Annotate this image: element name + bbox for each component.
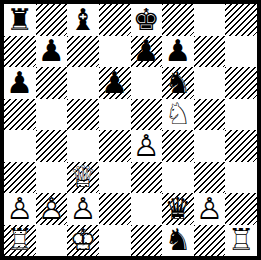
square-b3[interactable] xyxy=(36,162,68,194)
square-f2[interactable]: ♛♛ xyxy=(162,193,194,225)
piece-white-knight: ♞♘ xyxy=(164,99,191,129)
square-g8[interactable] xyxy=(194,4,226,36)
piece-black-knight: ♞♞ xyxy=(164,68,191,98)
piece-glyph: ♞ xyxy=(164,67,191,99)
square-c7[interactable] xyxy=(67,36,99,68)
square-c4[interactable] xyxy=(67,130,99,162)
square-e7[interactable]: ♟♟ xyxy=(131,36,163,68)
square-b7[interactable]: ♟♟ xyxy=(36,36,68,68)
piece-glyph: ♙ xyxy=(6,193,33,225)
piece-glyph: ♚ xyxy=(133,4,160,36)
piece-white-rook: ♜♖ xyxy=(228,225,255,255)
square-g2[interactable]: ♟♙ xyxy=(194,193,226,225)
square-d5[interactable] xyxy=(99,99,131,131)
square-h4[interactable] xyxy=(225,130,257,162)
piece-black-pawn: ♟♟ xyxy=(101,68,128,98)
square-a5[interactable] xyxy=(4,99,36,131)
piece-white-queen: ♛♕ xyxy=(70,162,97,192)
square-c1[interactable]: ♚♔ xyxy=(67,225,99,257)
piece-black-queen: ♛♛ xyxy=(164,194,191,224)
square-a2[interactable]: ♟♙ xyxy=(4,193,36,225)
square-e6[interactable] xyxy=(131,67,163,99)
square-c5[interactable] xyxy=(67,99,99,131)
piece-glyph: ♙ xyxy=(70,193,97,225)
piece-black-rook: ♜♜ xyxy=(6,5,33,35)
piece-black-king: ♚♚ xyxy=(133,5,160,35)
chess-board: ♜♜♝♝♚♚♟♟♟♟♟♟♟♟♟♟♞♞♞♘♟♙♛♕♟♙♟♙♟♙♛♛♟♙♜♖♚♔♞♞… xyxy=(4,4,257,256)
square-a1[interactable]: ♜♖ xyxy=(4,225,36,257)
square-c6[interactable] xyxy=(67,67,99,99)
piece-glyph: ♛ xyxy=(164,193,191,225)
piece-glyph: ♟ xyxy=(38,36,65,68)
piece-glyph: ♕ xyxy=(70,162,97,194)
piece-black-pawn: ♟♟ xyxy=(133,36,160,66)
square-h7[interactable] xyxy=(225,36,257,68)
square-d4[interactable] xyxy=(99,130,131,162)
piece-black-pawn: ♟♟ xyxy=(6,68,33,98)
square-d2[interactable] xyxy=(99,193,131,225)
square-f6[interactable]: ♞♞ xyxy=(162,67,194,99)
piece-black-pawn: ♟♟ xyxy=(38,36,65,66)
square-b4[interactable] xyxy=(36,130,68,162)
chess-board-frame: ♜♜♝♝♚♚♟♟♟♟♟♟♟♟♟♟♞♞♞♘♟♙♛♕♟♙♟♙♟♙♛♛♟♙♜♖♚♔♞♞… xyxy=(0,0,261,260)
square-e8[interactable]: ♚♚ xyxy=(131,4,163,36)
piece-white-king: ♚♔ xyxy=(70,225,97,255)
piece-glyph: ♜ xyxy=(6,4,33,36)
square-c3[interactable]: ♛♕ xyxy=(67,162,99,194)
piece-glyph: ♟ xyxy=(133,36,160,68)
square-a8[interactable]: ♜♜ xyxy=(4,4,36,36)
piece-glyph: ♖ xyxy=(6,225,33,257)
square-f4[interactable] xyxy=(162,130,194,162)
square-a4[interactable] xyxy=(4,130,36,162)
square-d6[interactable]: ♟♟ xyxy=(99,67,131,99)
square-d3[interactable] xyxy=(99,162,131,194)
square-e1[interactable] xyxy=(131,225,163,257)
square-h1[interactable]: ♜♖ xyxy=(225,225,257,257)
square-b6[interactable] xyxy=(36,67,68,99)
square-f7[interactable]: ♟♟ xyxy=(162,36,194,68)
square-f5[interactable]: ♞♘ xyxy=(162,99,194,131)
square-b2[interactable]: ♟♙ xyxy=(36,193,68,225)
square-g7[interactable] xyxy=(194,36,226,68)
square-c8[interactable]: ♝♝ xyxy=(67,4,99,36)
square-f8[interactable] xyxy=(162,4,194,36)
square-b5[interactable] xyxy=(36,99,68,131)
piece-glyph: ♖ xyxy=(228,225,255,257)
piece-glyph: ♞ xyxy=(164,225,191,257)
piece-white-pawn: ♟♙ xyxy=(196,194,223,224)
square-b1[interactable] xyxy=(36,225,68,257)
square-h6[interactable] xyxy=(225,67,257,99)
square-e4[interactable]: ♟♙ xyxy=(131,130,163,162)
square-e2[interactable] xyxy=(131,193,163,225)
square-e3[interactable] xyxy=(131,162,163,194)
piece-glyph: ♝ xyxy=(70,4,97,36)
piece-black-knight: ♞♞ xyxy=(164,225,191,255)
piece-glyph: ♟ xyxy=(6,67,33,99)
square-b8[interactable] xyxy=(36,4,68,36)
square-a7[interactable] xyxy=(4,36,36,68)
square-e5[interactable] xyxy=(131,99,163,131)
square-c2[interactable]: ♟♙ xyxy=(67,193,99,225)
piece-black-bishop: ♝♝ xyxy=(70,5,97,35)
piece-glyph: ♙ xyxy=(196,193,223,225)
square-g3[interactable] xyxy=(194,162,226,194)
square-f3[interactable] xyxy=(162,162,194,194)
square-g6[interactable] xyxy=(194,67,226,99)
square-h2[interactable] xyxy=(225,193,257,225)
piece-glyph: ♟ xyxy=(101,67,128,99)
square-f1[interactable]: ♞♞ xyxy=(162,225,194,257)
piece-white-pawn: ♟♙ xyxy=(38,194,65,224)
square-h5[interactable] xyxy=(225,99,257,131)
square-h8[interactable] xyxy=(225,4,257,36)
square-d7[interactable] xyxy=(99,36,131,68)
piece-glyph: ♙ xyxy=(133,130,160,162)
piece-black-pawn: ♟♟ xyxy=(164,36,191,66)
square-a3[interactable] xyxy=(4,162,36,194)
square-a6[interactable]: ♟♟ xyxy=(4,67,36,99)
piece-glyph: ♟ xyxy=(164,36,191,68)
piece-glyph: ♔ xyxy=(70,225,97,257)
piece-white-pawn: ♟♙ xyxy=(70,194,97,224)
piece-glyph: ♙ xyxy=(38,193,65,225)
piece-white-rook: ♜♖ xyxy=(6,225,33,255)
square-d1[interactable] xyxy=(99,225,131,257)
square-g4[interactable] xyxy=(194,130,226,162)
square-g1[interactable] xyxy=(194,225,226,257)
square-g5[interactable] xyxy=(194,99,226,131)
square-d8[interactable] xyxy=(99,4,131,36)
piece-white-pawn: ♟♙ xyxy=(6,194,33,224)
piece-white-pawn: ♟♙ xyxy=(133,131,160,161)
square-h3[interactable] xyxy=(225,162,257,194)
piece-glyph: ♘ xyxy=(164,99,191,131)
